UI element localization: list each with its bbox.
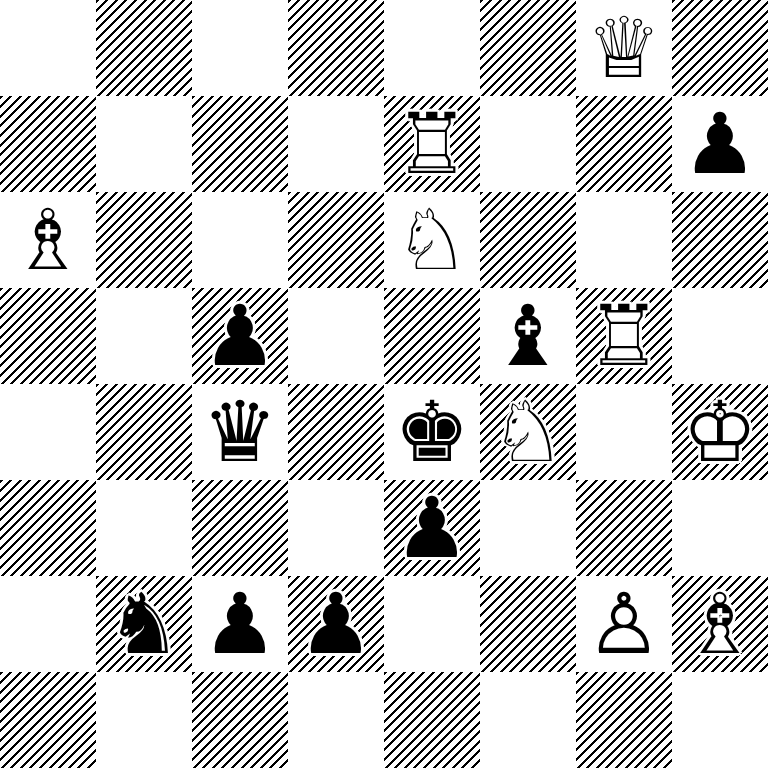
piece-black-bishop-f5: ♝ <box>480 288 576 384</box>
square-e4[interactable]: ♚ <box>384 384 480 480</box>
square-d6[interactable] <box>288 192 384 288</box>
square-c1[interactable] <box>192 672 288 768</box>
white-bishop-outline: ♗ <box>672 576 768 672</box>
square-d4[interactable] <box>288 384 384 480</box>
square-d5[interactable] <box>288 288 384 384</box>
square-h7[interactable]: ♟ <box>672 96 768 192</box>
piece-black-pawn-c2: ♟ <box>192 576 288 672</box>
square-g8[interactable]: ♛♕ <box>576 0 672 96</box>
square-d3[interactable] <box>288 480 384 576</box>
piece-black-pawn-c5: ♟ <box>192 288 288 384</box>
square-h4[interactable]: ♚♔ <box>672 384 768 480</box>
square-e3[interactable]: ♟ <box>384 480 480 576</box>
piece-black-queen-c4: ♛ <box>192 384 288 480</box>
square-g2[interactable]: ♟♙ <box>576 576 672 672</box>
piece-white-knight-e6: ♞♘ <box>384 192 480 288</box>
square-d7[interactable] <box>288 96 384 192</box>
square-a2[interactable] <box>0 576 96 672</box>
square-b1[interactable] <box>96 672 192 768</box>
square-f5[interactable]: ♝ <box>480 288 576 384</box>
black-pawn-glyph: ♟ <box>672 96 768 192</box>
square-g5[interactable]: ♜♖ <box>576 288 672 384</box>
square-a1[interactable] <box>0 672 96 768</box>
white-pawn-outline: ♙ <box>576 576 672 672</box>
square-f7[interactable] <box>480 96 576 192</box>
white-knight-outline: ♘ <box>480 384 576 480</box>
black-knight-glyph: ♞ <box>96 576 192 672</box>
square-f3[interactable] <box>480 480 576 576</box>
square-h8[interactable] <box>672 0 768 96</box>
square-f6[interactable] <box>480 192 576 288</box>
chess-board: ♛♕♜♖♟♝♗♞♘♟♝♜♖♛♚♞♘♚♔♟♞♟♟♟♙♝♗ <box>0 0 768 768</box>
square-e8[interactable] <box>384 0 480 96</box>
piece-white-bishop-h2: ♝♗ <box>672 576 768 672</box>
square-a6[interactable]: ♝♗ <box>0 192 96 288</box>
square-e1[interactable] <box>384 672 480 768</box>
square-a8[interactable] <box>0 0 96 96</box>
square-b8[interactable] <box>96 0 192 96</box>
white-knight-outline: ♘ <box>384 192 480 288</box>
piece-black-knight-b2: ♞ <box>96 576 192 672</box>
piece-white-pawn-g2: ♟♙ <box>576 576 672 672</box>
square-h2[interactable]: ♝♗ <box>672 576 768 672</box>
black-pawn-glyph: ♟ <box>384 480 480 576</box>
square-b5[interactable] <box>96 288 192 384</box>
square-h1[interactable] <box>672 672 768 768</box>
square-f4[interactable]: ♞♘ <box>480 384 576 480</box>
black-pawn-glyph: ♟ <box>192 288 288 384</box>
square-c3[interactable] <box>192 480 288 576</box>
square-h3[interactable] <box>672 480 768 576</box>
square-c5[interactable]: ♟ <box>192 288 288 384</box>
white-bishop-outline: ♗ <box>0 192 96 288</box>
black-pawn-glyph: ♟ <box>192 576 288 672</box>
square-g7[interactable] <box>576 96 672 192</box>
square-b3[interactable] <box>96 480 192 576</box>
black-king-glyph: ♚ <box>384 384 480 480</box>
square-b2[interactable]: ♞ <box>96 576 192 672</box>
square-a7[interactable] <box>0 96 96 192</box>
square-g3[interactable] <box>576 480 672 576</box>
piece-white-knight-f4: ♞♘ <box>480 384 576 480</box>
piece-black-pawn-d2: ♟ <box>288 576 384 672</box>
square-f8[interactable] <box>480 0 576 96</box>
square-g6[interactable] <box>576 192 672 288</box>
square-f2[interactable] <box>480 576 576 672</box>
square-c2[interactable]: ♟ <box>192 576 288 672</box>
square-d1[interactable] <box>288 672 384 768</box>
piece-white-king-h4: ♚♔ <box>672 384 768 480</box>
square-e5[interactable] <box>384 288 480 384</box>
white-rook-outline: ♖ <box>384 96 480 192</box>
black-bishop-glyph: ♝ <box>480 288 576 384</box>
piece-white-rook-e7: ♜♖ <box>384 96 480 192</box>
white-queen-outline: ♕ <box>576 0 672 96</box>
square-b6[interactable] <box>96 192 192 288</box>
square-d2[interactable]: ♟ <box>288 576 384 672</box>
square-e7[interactable]: ♜♖ <box>384 96 480 192</box>
square-b7[interactable] <box>96 96 192 192</box>
piece-black-pawn-h7: ♟ <box>672 96 768 192</box>
square-g4[interactable] <box>576 384 672 480</box>
square-c6[interactable] <box>192 192 288 288</box>
square-e6[interactable]: ♞♘ <box>384 192 480 288</box>
black-queen-glyph: ♛ <box>192 384 288 480</box>
piece-black-king-e4: ♚ <box>384 384 480 480</box>
square-d8[interactable] <box>288 0 384 96</box>
square-f1[interactable] <box>480 672 576 768</box>
square-e2[interactable] <box>384 576 480 672</box>
square-a3[interactable] <box>0 480 96 576</box>
square-c7[interactable] <box>192 96 288 192</box>
piece-black-pawn-e3: ♟ <box>384 480 480 576</box>
square-h5[interactable] <box>672 288 768 384</box>
square-h6[interactable] <box>672 192 768 288</box>
white-king-outline: ♔ <box>672 384 768 480</box>
square-a4[interactable] <box>0 384 96 480</box>
piece-white-rook-g5: ♜♖ <box>576 288 672 384</box>
square-b4[interactable] <box>96 384 192 480</box>
square-g1[interactable] <box>576 672 672 768</box>
square-a5[interactable] <box>0 288 96 384</box>
square-c8[interactable] <box>192 0 288 96</box>
piece-white-bishop-a6: ♝♗ <box>0 192 96 288</box>
white-rook-outline: ♖ <box>576 288 672 384</box>
square-c4[interactable]: ♛ <box>192 384 288 480</box>
piece-white-queen-g8: ♛♕ <box>576 0 672 96</box>
black-pawn-glyph: ♟ <box>288 576 384 672</box>
